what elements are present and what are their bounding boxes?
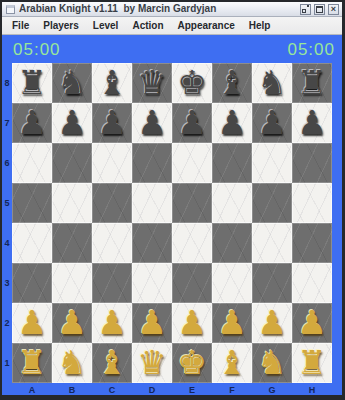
white-bishop: ♝ (92, 343, 132, 383)
menu-item-players[interactable]: Players (37, 18, 85, 33)
square-f5[interactable] (212, 183, 252, 223)
square-h8[interactable]: ♜ (292, 63, 332, 103)
menu-item-help[interactable]: Help (243, 18, 277, 33)
title-bar[interactable]: Arabian Knight v1.11 by Marcin Gardyjan … (2, 2, 342, 17)
square-c7[interactable]: ♟ (92, 103, 132, 143)
square-c5[interactable] (92, 183, 132, 223)
square-d8[interactable]: ♛ (132, 63, 172, 103)
minimize-button[interactable] (300, 4, 311, 15)
white-knight: ♞ (52, 343, 92, 383)
square-h2[interactable]: ♟ (292, 303, 332, 343)
square-f1[interactable]: ♝ (212, 343, 252, 383)
app-window: Arabian Knight v1.11 by Marcin Gardyjan … (0, 0, 345, 400)
square-h7[interactable]: ♟ (292, 103, 332, 143)
square-a1[interactable]: ♜ (12, 343, 52, 383)
square-b5[interactable] (52, 183, 92, 223)
square-g5[interactable] (252, 183, 292, 223)
square-d5[interactable] (132, 183, 172, 223)
board-area: 87654321 ♜♞♝♛♚♝♞♜♟♟♟♟♟♟♟♟♟♟♟♟♟♟♟♟♜♞♝♛♚♝♞… (2, 63, 342, 383)
black-pawn: ♟ (132, 103, 172, 143)
square-f2[interactable]: ♟ (212, 303, 252, 343)
square-e7[interactable]: ♟ (172, 103, 212, 143)
file-label-e: E (172, 383, 212, 396)
rank-label-8: 8 (2, 63, 12, 103)
black-bishop: ♝ (92, 63, 132, 103)
square-d4[interactable] (132, 223, 172, 263)
right-clock: 05:00 (287, 40, 335, 60)
square-e8[interactable]: ♚ (172, 63, 212, 103)
white-pawn: ♟ (12, 303, 52, 343)
close-button[interactable]: × (328, 4, 339, 15)
black-rook: ♜ (12, 63, 52, 103)
square-h4[interactable] (292, 223, 332, 263)
square-d7[interactable]: ♟ (132, 103, 172, 143)
square-c6[interactable] (92, 143, 132, 183)
white-pawn: ♟ (212, 303, 252, 343)
square-c1[interactable]: ♝ (92, 343, 132, 383)
square-g3[interactable] (252, 263, 292, 303)
square-h3[interactable] (292, 263, 332, 303)
square-d6[interactable] (132, 143, 172, 183)
clock-row: 05:00 05:00 (2, 35, 342, 63)
square-c3[interactable] (92, 263, 132, 303)
white-pawn: ♟ (292, 303, 332, 343)
square-g7[interactable]: ♟ (252, 103, 292, 143)
black-pawn: ♟ (172, 103, 212, 143)
square-a8[interactable]: ♜ (12, 63, 52, 103)
black-pawn: ♟ (212, 103, 252, 143)
menu-item-level[interactable]: Level (87, 18, 125, 33)
black-rook: ♜ (292, 63, 332, 103)
rank-label-5: 5 (2, 183, 12, 223)
rank-label-7: 7 (2, 103, 12, 143)
square-g1[interactable]: ♞ (252, 343, 292, 383)
square-a7[interactable]: ♟ (12, 103, 52, 143)
game-area: 05:00 05:00 87654321 ♜♞♝♛♚♝♞♜♟♟♟♟♟♟♟♟♟♟♟… (2, 35, 342, 396)
file-label-b: B (52, 383, 92, 396)
square-e1[interactable]: ♚ (172, 343, 212, 383)
maximize-button[interactable] (314, 4, 325, 15)
square-f8[interactable]: ♝ (212, 63, 252, 103)
file-label-g: G (252, 383, 292, 396)
rank-label-6: 6 (2, 143, 12, 183)
app-icon (6, 5, 15, 14)
black-bishop: ♝ (212, 63, 252, 103)
square-h1[interactable]: ♜ (292, 343, 332, 383)
square-c8[interactable]: ♝ (92, 63, 132, 103)
menu-item-appearance[interactable]: Appearance (172, 18, 241, 33)
left-clock: 05:00 (13, 40, 61, 60)
square-g4[interactable] (252, 223, 292, 263)
square-c2[interactable]: ♟ (92, 303, 132, 343)
square-d1[interactable]: ♛ (132, 343, 172, 383)
rank-label-3: 3 (2, 263, 12, 303)
square-g8[interactable]: ♞ (252, 63, 292, 103)
window-title: Arabian Knight v1.11 by Marcin Gardyjan (19, 2, 300, 16)
square-f7[interactable]: ♟ (212, 103, 252, 143)
file-label-a: A (12, 383, 52, 396)
rank-label-1: 1 (2, 343, 12, 383)
black-knight: ♞ (52, 63, 92, 103)
square-f3[interactable] (212, 263, 252, 303)
black-pawn: ♟ (52, 103, 92, 143)
black-pawn: ♟ (92, 103, 132, 143)
square-c4[interactable] (92, 223, 132, 263)
white-bishop: ♝ (212, 343, 252, 383)
square-g6[interactable] (252, 143, 292, 183)
menu-item-action[interactable]: Action (126, 18, 169, 33)
white-pawn: ♟ (132, 303, 172, 343)
white-rook: ♜ (12, 343, 52, 383)
minimize-icon (302, 9, 306, 13)
square-h6[interactable] (292, 143, 332, 183)
square-f4[interactable] (212, 223, 252, 263)
black-knight: ♞ (252, 63, 292, 103)
square-e4[interactable] (172, 223, 212, 263)
rank-label-2: 2 (2, 303, 12, 343)
square-e5[interactable] (172, 183, 212, 223)
file-label-c: C (92, 383, 132, 396)
square-e3[interactable] (172, 263, 212, 303)
black-pawn: ♟ (12, 103, 52, 143)
black-pawn: ♟ (292, 103, 332, 143)
square-b7[interactable]: ♟ (52, 103, 92, 143)
white-pawn: ♟ (52, 303, 92, 343)
square-a4[interactable] (12, 223, 52, 263)
square-a3[interactable] (12, 263, 52, 303)
square-b4[interactable] (52, 223, 92, 263)
square-g2[interactable]: ♟ (252, 303, 292, 343)
black-queen: ♛ (132, 63, 172, 103)
maximize-icon (316, 6, 323, 13)
menu-item-file[interactable]: File (6, 18, 35, 33)
square-b1[interactable]: ♞ (52, 343, 92, 383)
white-pawn: ♟ (252, 303, 292, 343)
rank-labels: 87654321 (2, 63, 12, 383)
file-label-h: H (292, 383, 332, 396)
white-pawn: ♟ (172, 303, 212, 343)
chess-board: ♜♞♝♛♚♝♞♜♟♟♟♟♟♟♟♟♟♟♟♟♟♟♟♟♜♞♝♛♚♝♞♜ (12, 63, 332, 383)
square-a6[interactable] (12, 143, 52, 183)
square-f6[interactable] (212, 143, 252, 183)
square-e2[interactable]: ♟ (172, 303, 212, 343)
black-pawn: ♟ (252, 103, 292, 143)
square-e6[interactable] (172, 143, 212, 183)
square-b6[interactable] (52, 143, 92, 183)
file-label-f: F (212, 383, 252, 396)
file-label-d: D (132, 383, 172, 396)
white-queen: ♛ (132, 343, 172, 383)
square-d3[interactable] (132, 263, 172, 303)
file-labels: ABCDEFGH (12, 383, 332, 396)
square-b8[interactable]: ♞ (52, 63, 92, 103)
white-rook: ♜ (292, 343, 332, 383)
white-pawn: ♟ (92, 303, 132, 343)
square-b3[interactable] (52, 263, 92, 303)
white-knight: ♞ (252, 343, 292, 383)
menu-bar: File Players Level Action Appearance Hel… (2, 17, 342, 35)
square-b2[interactable]: ♟ (52, 303, 92, 343)
square-h5[interactable] (292, 183, 332, 223)
rank-label-4: 4 (2, 223, 12, 263)
square-d2[interactable]: ♟ (132, 303, 172, 343)
black-king: ♚ (172, 63, 212, 103)
square-a5[interactable] (12, 183, 52, 223)
square-a2[interactable]: ♟ (12, 303, 52, 343)
white-king: ♚ (172, 343, 212, 383)
